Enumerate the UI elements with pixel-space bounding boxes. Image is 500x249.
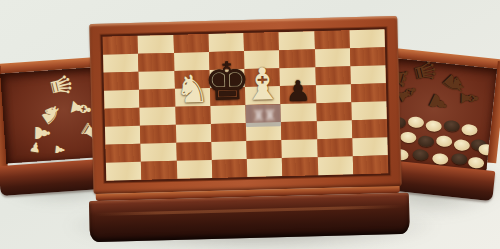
board-square bbox=[176, 160, 212, 179]
board-square bbox=[140, 125, 176, 144]
board-square bbox=[282, 157, 318, 176]
light-checker-disc bbox=[425, 120, 442, 133]
board-square bbox=[352, 137, 388, 156]
board-square bbox=[141, 161, 177, 180]
board-square bbox=[352, 119, 388, 138]
board-square bbox=[350, 65, 386, 84]
board-square bbox=[315, 66, 351, 85]
board-square bbox=[314, 30, 350, 49]
board-square bbox=[282, 139, 318, 158]
light-checker-disc bbox=[432, 153, 449, 166]
board-square bbox=[316, 102, 352, 121]
board-square bbox=[103, 54, 139, 73]
light-checker-disc bbox=[436, 135, 453, 148]
chess-cabinet: ♜♜ ♞♚♝♟ bbox=[83, 12, 411, 242]
white-bishop: ♝ bbox=[242, 62, 283, 107]
board-square bbox=[244, 32, 280, 51]
board-square bbox=[173, 34, 209, 53]
board-square bbox=[247, 158, 283, 177]
board-square bbox=[349, 29, 385, 48]
white-drawer-piece: ♟ bbox=[28, 140, 42, 155]
white-drawer-piece: ♟ bbox=[53, 144, 66, 156]
board-square bbox=[105, 126, 141, 145]
board-square bbox=[208, 33, 244, 52]
board-square bbox=[316, 120, 352, 139]
black-pawn: ♟ bbox=[285, 77, 311, 106]
board-square bbox=[140, 107, 176, 126]
board-square bbox=[139, 71, 175, 90]
dark-drawer-piece: ♝ bbox=[457, 88, 480, 109]
light-checker-disc bbox=[407, 116, 424, 129]
board-square bbox=[212, 159, 248, 178]
watermark-glyphs: ♜♜ bbox=[252, 108, 275, 124]
product-photo-scene: ♛♝♞♜♟♟♟ ♜♛♞♝♟♝ ♜♜ ♞♚♝♟ bbox=[0, 0, 500, 249]
board-square bbox=[138, 53, 174, 72]
board-square bbox=[211, 123, 247, 142]
board-square bbox=[281, 121, 317, 140]
board-square bbox=[105, 144, 141, 163]
dark-checker-disc bbox=[451, 153, 468, 166]
board-square bbox=[176, 142, 212, 161]
board-square bbox=[351, 101, 387, 120]
board-square bbox=[315, 84, 351, 103]
board-square bbox=[138, 35, 174, 54]
board-square bbox=[175, 124, 211, 143]
light-checker-disc bbox=[453, 139, 470, 152]
board-square bbox=[317, 138, 353, 157]
board-frame: ♜♜ ♞♚♝♟ bbox=[89, 16, 401, 194]
board-square bbox=[104, 108, 140, 127]
board-square bbox=[104, 72, 140, 91]
board-square bbox=[106, 162, 142, 181]
board-square bbox=[314, 48, 350, 67]
dark-checker-disc bbox=[443, 120, 460, 133]
board-square bbox=[139, 89, 175, 108]
dark-checker-disc bbox=[418, 135, 435, 148]
board-square bbox=[103, 36, 139, 55]
light-checker-disc bbox=[461, 124, 478, 137]
board-square bbox=[317, 156, 353, 175]
board-square bbox=[211, 141, 247, 160]
base-plinth bbox=[89, 193, 410, 242]
board-square bbox=[350, 47, 386, 66]
board-square bbox=[279, 49, 315, 68]
light-checker-disc bbox=[468, 156, 485, 169]
board-square bbox=[351, 83, 387, 102]
board-square bbox=[353, 155, 389, 174]
board-square bbox=[104, 90, 140, 109]
dark-checker-disc bbox=[412, 149, 429, 162]
board-square bbox=[246, 140, 282, 159]
board-square bbox=[279, 31, 315, 50]
board-square bbox=[141, 143, 177, 162]
